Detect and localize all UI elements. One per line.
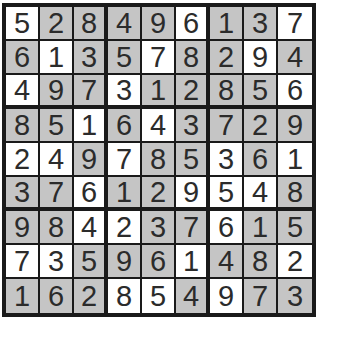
cell-r6c4[interactable]: 1	[108, 177, 142, 211]
cell-r5c9[interactable]: 1	[278, 143, 312, 177]
cell-r9c9[interactable]: 3	[278, 279, 312, 313]
cell-r7c7[interactable]: 6	[210, 211, 244, 245]
cell-r7c3[interactable]: 4	[74, 211, 108, 245]
sudoku-board: 5284961376135782944973128568516437292497…	[2, 3, 316, 317]
cell-r6c8[interactable]: 4	[244, 177, 278, 211]
cell-r2c7[interactable]: 2	[210, 41, 244, 75]
cell-r6c2[interactable]: 7	[40, 177, 74, 211]
cell-r8c8[interactable]: 8	[244, 245, 278, 279]
cell-r1c2[interactable]: 2	[40, 7, 74, 41]
cell-r8c4[interactable]: 9	[108, 245, 142, 279]
cell-r8c1[interactable]: 7	[6, 245, 40, 279]
cell-r1c1[interactable]: 5	[6, 7, 40, 41]
cell-r9c6[interactable]: 4	[176, 279, 210, 313]
cell-r4c5[interactable]: 4	[142, 109, 176, 143]
cell-r5c7[interactable]: 3	[210, 143, 244, 177]
cell-r3c7[interactable]: 8	[210, 75, 244, 109]
cell-r9c7[interactable]: 9	[210, 279, 244, 313]
cell-r7c5[interactable]: 3	[142, 211, 176, 245]
cell-r6c7[interactable]: 5	[210, 177, 244, 211]
cell-r6c1[interactable]: 3	[6, 177, 40, 211]
cell-r3c5[interactable]: 1	[142, 75, 176, 109]
cell-r9c2[interactable]: 6	[40, 279, 74, 313]
cell-r7c2[interactable]: 8	[40, 211, 74, 245]
cell-r2c5[interactable]: 7	[142, 41, 176, 75]
cell-r8c7[interactable]: 4	[210, 245, 244, 279]
cell-r8c5[interactable]: 6	[142, 245, 176, 279]
cell-r9c8[interactable]: 7	[244, 279, 278, 313]
cell-r8c3[interactable]: 5	[74, 245, 108, 279]
cell-r1c5[interactable]: 9	[142, 7, 176, 41]
cell-r4c6[interactable]: 3	[176, 109, 210, 143]
cell-r3c3[interactable]: 7	[74, 75, 108, 109]
sudoku-board-wrapper: 5284961376135782944973128568516437292497…	[0, 0, 337, 317]
cell-r4c4[interactable]: 6	[108, 109, 142, 143]
cell-r8c6[interactable]: 1	[176, 245, 210, 279]
cell-r4c8[interactable]: 2	[244, 109, 278, 143]
cell-r2c3[interactable]: 3	[74, 41, 108, 75]
cell-r3c6[interactable]: 2	[176, 75, 210, 109]
cell-r2c2[interactable]: 1	[40, 41, 74, 75]
cell-r4c3[interactable]: 1	[74, 109, 108, 143]
cell-r2c4[interactable]: 5	[108, 41, 142, 75]
cell-r3c9[interactable]: 6	[278, 75, 312, 109]
cell-r7c4[interactable]: 2	[108, 211, 142, 245]
cell-r1c9[interactable]: 7	[278, 7, 312, 41]
cell-r7c9[interactable]: 5	[278, 211, 312, 245]
cell-r7c1[interactable]: 9	[6, 211, 40, 245]
cell-r2c1[interactable]: 6	[6, 41, 40, 75]
cell-r3c8[interactable]: 5	[244, 75, 278, 109]
cell-r8c2[interactable]: 3	[40, 245, 74, 279]
cell-r6c3[interactable]: 6	[74, 177, 108, 211]
cell-r9c3[interactable]: 2	[74, 279, 108, 313]
cell-r2c9[interactable]: 4	[278, 41, 312, 75]
cell-r1c6[interactable]: 6	[176, 7, 210, 41]
cell-r6c6[interactable]: 9	[176, 177, 210, 211]
cell-r2c6[interactable]: 8	[176, 41, 210, 75]
cell-r5c3[interactable]: 9	[74, 143, 108, 177]
cell-r5c4[interactable]: 7	[108, 143, 142, 177]
cell-r1c3[interactable]: 8	[74, 7, 108, 41]
cell-r9c1[interactable]: 1	[6, 279, 40, 313]
cell-r7c8[interactable]: 1	[244, 211, 278, 245]
cell-r1c4[interactable]: 4	[108, 7, 142, 41]
cell-r4c1[interactable]: 8	[6, 109, 40, 143]
cell-r1c8[interactable]: 3	[244, 7, 278, 41]
cell-r5c5[interactable]: 8	[142, 143, 176, 177]
cell-r8c9[interactable]: 2	[278, 245, 312, 279]
cell-r5c2[interactable]: 4	[40, 143, 74, 177]
cell-r4c9[interactable]: 9	[278, 109, 312, 143]
cell-r2c8[interactable]: 9	[244, 41, 278, 75]
cell-r3c4[interactable]: 3	[108, 75, 142, 109]
cell-r9c4[interactable]: 8	[108, 279, 142, 313]
cell-r9c5[interactable]: 5	[142, 279, 176, 313]
cell-r5c6[interactable]: 5	[176, 143, 210, 177]
cell-r6c5[interactable]: 2	[142, 177, 176, 211]
cell-r6c9[interactable]: 8	[278, 177, 312, 211]
cell-r1c7[interactable]: 1	[210, 7, 244, 41]
cell-r3c1[interactable]: 4	[6, 75, 40, 109]
cell-r5c8[interactable]: 6	[244, 143, 278, 177]
cell-r4c2[interactable]: 5	[40, 109, 74, 143]
cell-r4c7[interactable]: 7	[210, 109, 244, 143]
cell-r7c6[interactable]: 7	[176, 211, 210, 245]
cell-r5c1[interactable]: 2	[6, 143, 40, 177]
cell-r3c2[interactable]: 9	[40, 75, 74, 109]
